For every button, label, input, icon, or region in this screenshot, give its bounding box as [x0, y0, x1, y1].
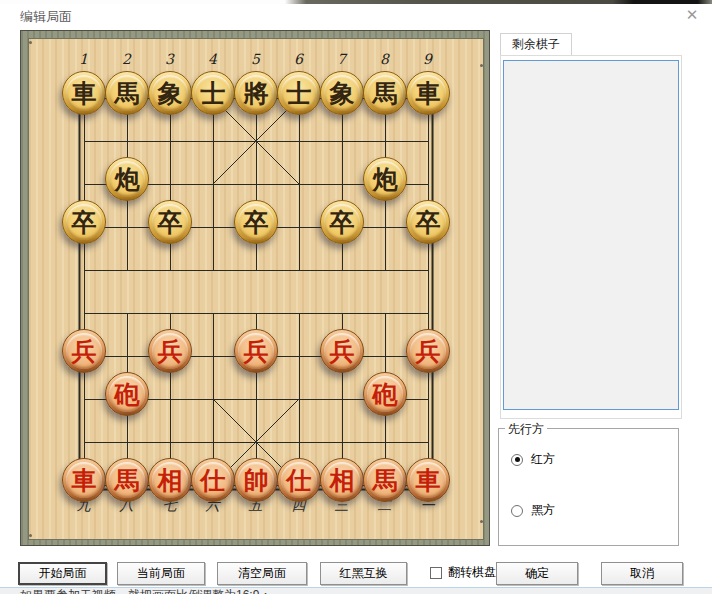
- black-piece-炮[interactable]: 炮: [105, 157, 149, 201]
- clipped-footer-text: 如果要参加干视频，就把画面比例调整为16:9；: [0, 587, 712, 594]
- red-piece-兵[interactable]: 兵: [406, 329, 450, 373]
- black-piece-士[interactable]: 士: [191, 71, 235, 115]
- piece-glyph: 卒: [410, 204, 446, 240]
- red-piece-相[interactable]: 相: [320, 458, 364, 502]
- red-piece-車[interactable]: 車: [406, 458, 450, 502]
- black-piece-象[interactable]: 象: [148, 71, 192, 115]
- red-piece-兵[interactable]: 兵: [320, 329, 364, 373]
- dialog-title: 编辑局面: [20, 8, 72, 26]
- close-icon[interactable]: ✕: [680, 4, 704, 26]
- red-piece-兵[interactable]: 兵: [148, 329, 192, 373]
- black-piece-炮[interactable]: 炮: [363, 157, 407, 201]
- piece-glyph: 卒: [238, 204, 274, 240]
- board-corner-dot: [480, 64, 483, 67]
- red-piece-相[interactable]: 相: [148, 458, 192, 502]
- piece-glyph: 象: [152, 75, 188, 111]
- piece-glyph: 炮: [109, 161, 145, 197]
- clear-position-button[interactable]: 清空局面: [217, 562, 307, 585]
- background-window-edge: [0, 0, 712, 4]
- piece-glyph: 仕: [281, 462, 317, 498]
- cancel-button[interactable]: 取消: [601, 562, 683, 585]
- board-corner-dot: [29, 41, 32, 44]
- piece-glyph: 卒: [66, 204, 102, 240]
- piece-glyph: 仕: [195, 462, 231, 498]
- black-piece-將[interactable]: 將: [234, 71, 278, 115]
- piece-glyph: 炮: [367, 161, 403, 197]
- file-number: 9: [406, 51, 449, 67]
- piece-glyph: 車: [410, 462, 446, 498]
- black-piece-卒[interactable]: 卒: [148, 200, 192, 244]
- black-piece-馬[interactable]: 馬: [105, 71, 149, 115]
- radio-red-side[interactable]: 红方: [511, 451, 555, 468]
- piece-glyph: 兵: [324, 333, 360, 369]
- piece-glyph: 士: [195, 75, 231, 111]
- black-piece-卒[interactable]: 卒: [406, 200, 450, 244]
- piece-glyph: 象: [324, 75, 360, 111]
- file-number: 6: [277, 51, 320, 67]
- black-piece-卒[interactable]: 卒: [320, 200, 364, 244]
- radio-circle-icon: [511, 454, 523, 466]
- piece-glyph: 馬: [109, 462, 145, 498]
- piece-glyph: 車: [410, 75, 446, 111]
- red-piece-砲[interactable]: 砲: [105, 372, 149, 416]
- piece-glyph: 兵: [152, 333, 188, 369]
- board-corner-dot: [480, 520, 483, 523]
- first-move-groupbox: 先行方 红方 黑方: [498, 428, 679, 546]
- first-move-label: 先行方: [505, 421, 547, 438]
- piece-glyph: 兵: [238, 333, 274, 369]
- red-piece-仕[interactable]: 仕: [277, 458, 321, 502]
- black-piece-象[interactable]: 象: [320, 71, 364, 115]
- piece-glyph: 兵: [66, 333, 102, 369]
- radio-red-label: 红方: [531, 451, 555, 468]
- current-position-button[interactable]: 当前局面: [117, 562, 205, 585]
- red-piece-車[interactable]: 車: [62, 458, 106, 502]
- ok-button[interactable]: 确定: [496, 562, 578, 585]
- file-number: 1: [62, 51, 105, 67]
- piece-glyph: 砲: [367, 376, 403, 412]
- piece-glyph: 帥: [238, 462, 274, 498]
- file-number: 8: [363, 51, 406, 67]
- piece-glyph: 兵: [410, 333, 446, 369]
- black-piece-士[interactable]: 士: [277, 71, 321, 115]
- red-piece-馬[interactable]: 馬: [363, 458, 407, 502]
- black-piece-卒[interactable]: 卒: [234, 200, 278, 244]
- piece-glyph: 將: [238, 75, 274, 111]
- piece-glyph: 士: [281, 75, 317, 111]
- flip-board-checkbox[interactable]: 翻转棋盘: [430, 564, 496, 581]
- file-number: 7: [320, 51, 363, 67]
- remaining-pieces-list[interactable]: [503, 60, 679, 410]
- piece-glyph: 車: [66, 462, 102, 498]
- radio-black-label: 黑方: [531, 502, 555, 519]
- piece-glyph: 馬: [367, 75, 403, 111]
- start-position-button[interactable]: 开始局面: [18, 562, 107, 585]
- radio-black-side[interactable]: 黑方: [511, 502, 555, 519]
- piece-glyph: 馬: [109, 75, 145, 111]
- pieces-layer: 車馬象士將士象馬車炮炮卒卒卒卒卒兵兵兵兵兵砲砲車馬相仕帥仕相馬車: [63, 77, 450, 507]
- piece-glyph: 砲: [109, 376, 145, 412]
- piece-glyph: 車: [66, 75, 102, 111]
- piece-glyph: 卒: [152, 204, 188, 240]
- black-piece-卒[interactable]: 卒: [62, 200, 106, 244]
- piece-glyph: 馬: [367, 462, 403, 498]
- black-piece-馬[interactable]: 馬: [363, 71, 407, 115]
- red-piece-兵[interactable]: 兵: [234, 329, 278, 373]
- edit-position-dialog: 编辑局面 ✕ 123456789 九八七六五四三二一: [0, 0, 712, 594]
- flip-board-label: 翻转棋盘: [448, 564, 496, 581]
- checkbox-icon: [430, 567, 442, 579]
- remaining-pieces-page: [500, 55, 682, 419]
- file-number: 5: [234, 51, 277, 67]
- file-number: 3: [148, 51, 191, 67]
- red-piece-砲[interactable]: 砲: [363, 372, 407, 416]
- piece-glyph: 卒: [324, 204, 360, 240]
- file-number: 4: [191, 51, 234, 67]
- swap-red-black-button[interactable]: 红黑互换: [320, 562, 407, 585]
- black-piece-車[interactable]: 車: [62, 71, 106, 115]
- red-piece-帥[interactable]: 帥: [234, 458, 278, 502]
- red-piece-馬[interactable]: 馬: [105, 458, 149, 502]
- xiangqi-board[interactable]: 123456789 九八七六五四三二一 車馬象士將士象馬車炮炮卒卒卒卒卒兵兵兵兵…: [20, 30, 490, 546]
- file-numbers-top: 123456789: [62, 51, 449, 67]
- red-piece-仕[interactable]: 仕: [191, 458, 235, 502]
- radio-circle-icon: [511, 505, 523, 517]
- file-number: 2: [105, 51, 148, 67]
- black-piece-車[interactable]: 車: [406, 71, 450, 115]
- board-corner-dot: [29, 534, 32, 537]
- piece-glyph: 相: [152, 462, 188, 498]
- red-piece-兵[interactable]: 兵: [62, 329, 106, 373]
- piece-glyph: 相: [324, 462, 360, 498]
- tab-remaining-pieces[interactable]: 剩余棋子: [500, 33, 572, 55]
